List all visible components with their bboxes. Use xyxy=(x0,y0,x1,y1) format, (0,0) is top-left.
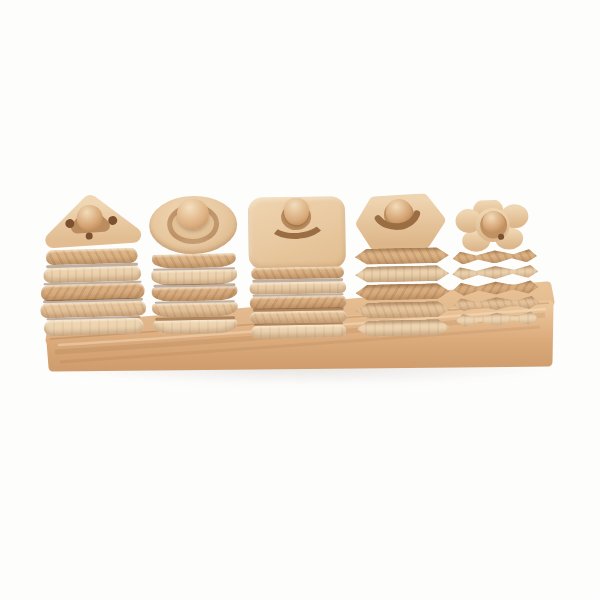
triangle-top-piece xyxy=(36,192,146,251)
hexagon-piece-3 xyxy=(355,283,449,301)
hexagon-piece-5 xyxy=(356,319,450,337)
star-piece-2 xyxy=(452,264,538,280)
star-layers xyxy=(452,249,541,328)
star-piece-5 xyxy=(455,311,539,327)
stack-circle xyxy=(149,195,240,335)
star-piece-4 xyxy=(453,295,539,311)
hexagon-piece-4 xyxy=(356,301,450,319)
square-top-piece xyxy=(248,196,346,270)
circle-top-piece xyxy=(149,195,238,255)
star-piece-3 xyxy=(453,280,539,296)
hexagon-piece-1 xyxy=(355,247,449,265)
square-piece-5 xyxy=(251,324,345,338)
triangle-piece-5 xyxy=(43,318,144,336)
star-top-piece xyxy=(450,199,538,254)
triangle-layers xyxy=(38,247,148,337)
star-piece-1 xyxy=(452,249,537,265)
circle-layers xyxy=(150,253,240,335)
hexagon-piece-2 xyxy=(355,265,449,283)
stack-hexagon xyxy=(354,193,451,337)
square-layers xyxy=(249,266,347,339)
toy-product-photo xyxy=(0,0,600,600)
stack-triangle xyxy=(36,192,148,338)
circle-piece-5 xyxy=(153,319,238,335)
hexagon-top-piece xyxy=(354,193,449,253)
stack-square xyxy=(248,196,347,339)
hexagon-layers xyxy=(355,247,451,337)
stack-star xyxy=(450,199,540,328)
